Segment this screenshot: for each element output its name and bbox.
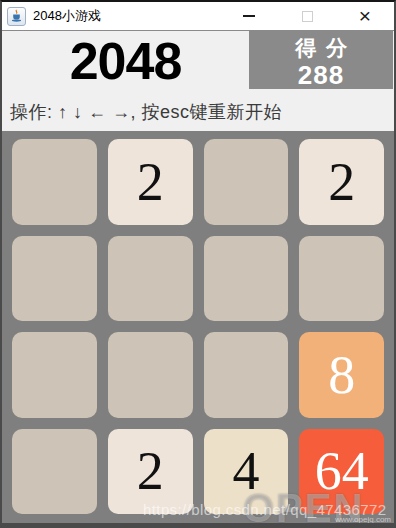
score-label: 得分 (249, 34, 393, 62)
close-icon: × (359, 5, 371, 26)
close-button[interactable]: × (336, 2, 394, 30)
instructions-text: 操作: ↑ ↓ ← →, 按esc键重新开始 (10, 100, 282, 124)
tile-8-r3c4: 8 (299, 332, 384, 418)
score-badge: 得分 288 (249, 31, 393, 89)
score-value: 288 (249, 62, 393, 89)
empty-cell-r1c3 (204, 139, 289, 225)
header: 2048 得分 288 操作: ↑ ↓ ← →, 按esc键重新开始 (2, 31, 394, 131)
window-title: 2048小游戏 (33, 7, 220, 25)
java-app-icon (7, 7, 26, 26)
tile-2-r1c2: 2 (108, 139, 193, 225)
empty-cell-r2c3 (204, 236, 289, 322)
empty-cell-r2c2 (108, 236, 193, 322)
tile-2-r1c4: 2 (299, 139, 384, 225)
game-logo: 2048 (2, 31, 249, 89)
empty-cell-r4c1 (12, 429, 97, 515)
minimize-icon (243, 15, 255, 17)
empty-cell-r1c1 (12, 139, 97, 225)
maximize-icon (302, 11, 313, 22)
watermark-site-url: www.opejq.com (335, 515, 391, 524)
empty-cell-r2c1 (12, 236, 97, 322)
minimize-button[interactable] (220, 2, 278, 30)
empty-cell-r3c2 (108, 332, 193, 418)
game-window: 2048小游戏 × 2048 得分 288 操作: ↑ ↓ ← →, 按esc键… (0, 0, 396, 528)
maximize-button[interactable] (278, 2, 336, 30)
empty-cell-r3c3 (204, 332, 289, 418)
empty-cell-r2c4 (299, 236, 384, 322)
board: 2282464 (2, 131, 394, 523)
empty-cell-r3c1 (12, 332, 97, 418)
title-bar[interactable]: 2048小游戏 × (2, 2, 394, 31)
